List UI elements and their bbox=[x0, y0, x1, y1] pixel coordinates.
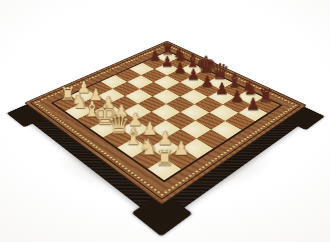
product-photo-scene: ♜♟♟♜♞♟♟♞♝♟♟♝♚♟♟♚♛♟♟♛♝♟♟♝♞♟♟♞♜♟♟♜ bbox=[0, 0, 330, 242]
